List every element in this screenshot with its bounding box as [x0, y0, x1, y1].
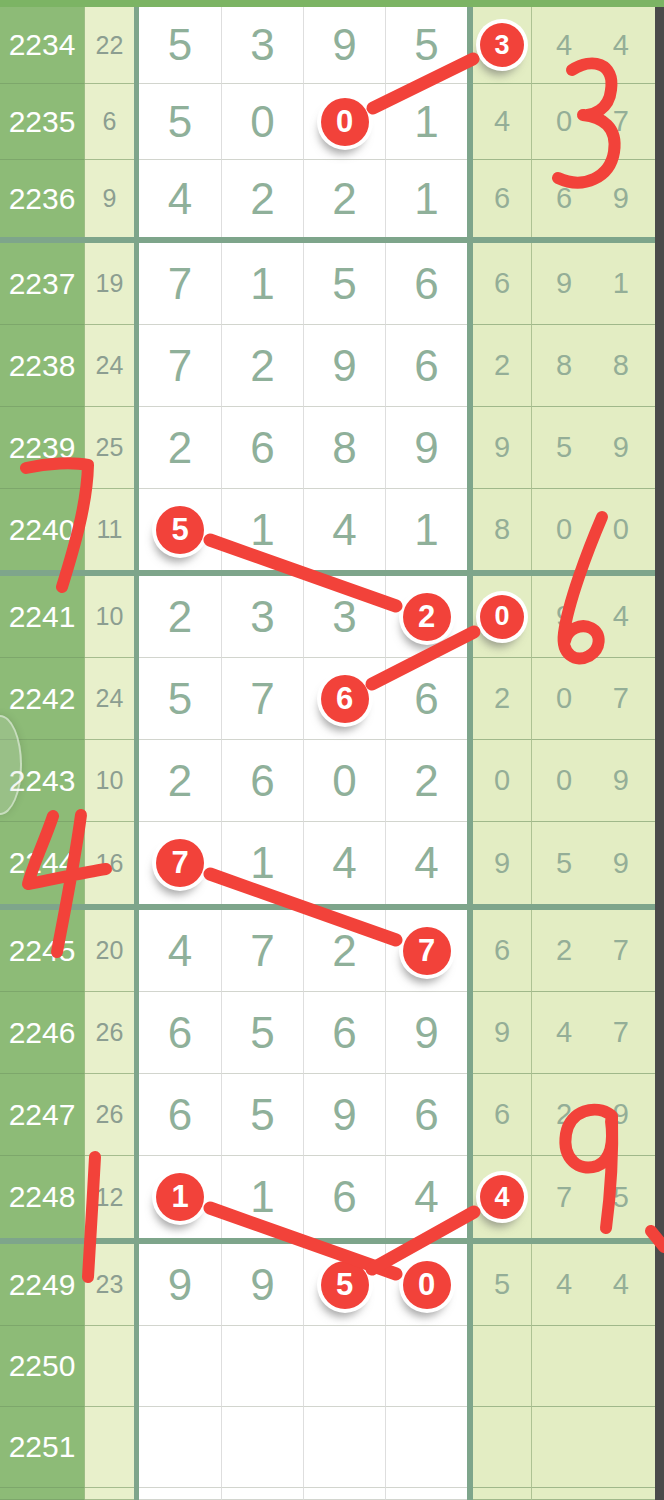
draw-digit-cell — [221, 1488, 303, 1500]
draw-digit-cell: 2 — [221, 160, 303, 237]
sum-cell: 11 — [85, 489, 134, 570]
table-row: 2251 — [0, 1407, 655, 1488]
draw-digit-cell — [139, 1407, 221, 1488]
draw-digit-cell: 5 — [139, 658, 221, 740]
draw-digit-cell: 9 — [139, 1244, 221, 1326]
draw-digit-cell — [221, 1407, 303, 1488]
draw-digit-cell: 7 — [221, 910, 303, 992]
circled-digit: 5 — [321, 1261, 369, 1309]
draw-digit-cell: 4 — [139, 910, 221, 992]
sum-cell: 6 — [85, 84, 134, 160]
sum-cell: 22 — [85, 7, 134, 84]
extra-digit: 8 — [613, 349, 629, 382]
circled-digit: 4 — [480, 1175, 524, 1219]
extra-digit-cell: 6 — [473, 1074, 532, 1156]
table-row — [0, 1488, 655, 1500]
table-row: 2241102332094 — [0, 576, 655, 658]
draw-digit-cell: 7 — [139, 243, 221, 325]
extra-digit: 5 — [556, 431, 572, 464]
sum-cell: 24 — [85, 658, 134, 740]
draw-digit-cell: 8 — [303, 407, 385, 489]
draw-digit-cell: 0 — [221, 84, 303, 160]
draw-digit-cell: 9 — [385, 407, 467, 489]
table-row: 2234225395344 — [0, 7, 655, 84]
draw-digit-cell: 6 — [139, 1074, 221, 1156]
extra-digits-cell: 00 — [532, 489, 655, 570]
table-row: 2246266569947 — [0, 992, 655, 1074]
circled-digit: 7 — [156, 839, 204, 887]
extra-digit-cell — [473, 1488, 532, 1500]
draw-digit-cell: 6 — [221, 407, 303, 489]
extra-digits-cell: 44 — [532, 7, 655, 84]
extra-digit: 4 — [556, 1016, 572, 1049]
table-row: 2240115141800 — [0, 489, 655, 570]
extra-digit-cell: 6 — [473, 160, 532, 237]
table-row: 2249239950544 — [0, 1244, 655, 1326]
draw-digit-cell: 7 — [221, 658, 303, 740]
trend-chart-board: 2234225395344223565001407223694221669223… — [0, 0, 664, 1500]
extra-digit: 0 — [613, 513, 629, 546]
circled-digit: 5 — [156, 506, 204, 554]
draw-digit-cell: 6 — [385, 325, 467, 407]
draw-digit-cell: 5 — [139, 7, 221, 84]
draw-digit-cell — [303, 1326, 385, 1407]
sum-cell: 25 — [85, 407, 134, 489]
circled-digit: 0 — [321, 98, 369, 146]
draw-digit-cell: 5 — [221, 992, 303, 1074]
period-cell: 2239 — [0, 407, 85, 489]
extra-digit-cell: 0 — [473, 576, 532, 658]
sum-cell: 20 — [85, 910, 134, 992]
draw-digit-cell: 6 — [303, 992, 385, 1074]
sum-cell: 10 — [85, 576, 134, 658]
extra-digit: 1 — [613, 267, 629, 300]
circled-digit: 2 — [403, 593, 451, 641]
extra-digit: 4 — [556, 29, 572, 62]
screen-edge-strip — [655, 7, 664, 1500]
table-row: 2238247296288 — [0, 325, 655, 407]
circled-digit: 1 — [156, 1173, 204, 1221]
extra-digits-cell: 75 — [532, 1156, 655, 1238]
draw-digit-cell: 5 — [139, 84, 221, 160]
extra-digit-cell: 9 — [473, 992, 532, 1074]
draw-digit-cell: 7 — [385, 910, 467, 992]
period-cell: 2247 — [0, 1074, 85, 1156]
period-cell: 2234 — [0, 7, 85, 84]
sum-cell: 26 — [85, 1074, 134, 1156]
table-row: 2245204727627 — [0, 910, 655, 992]
draw-digit-cell: 2 — [221, 325, 303, 407]
extra-digit-cell: 3 — [473, 7, 532, 84]
extra-digits-cell: 59 — [532, 822, 655, 904]
table-row: 2250 — [0, 1326, 655, 1407]
extra-digits-cell — [532, 1407, 655, 1488]
draw-digit-cell: 4 — [385, 1156, 467, 1238]
circled-digit: 3 — [480, 23, 524, 67]
draw-digit-cell — [221, 1326, 303, 1407]
extra-digit: 4 — [613, 600, 629, 633]
extra-digit-cell: 9 — [473, 822, 532, 904]
sum-cell: 19 — [85, 243, 134, 325]
draw-digit-cell — [303, 1488, 385, 1500]
draw-digit-cell: 1 — [221, 822, 303, 904]
table-row: 2247266596629 — [0, 1074, 655, 1156]
extra-digits-cell — [532, 1326, 655, 1407]
draw-digit-cell: 9 — [303, 325, 385, 407]
draw-digit-cell: 2 — [139, 740, 221, 822]
draw-digit-cell: 9 — [303, 1074, 385, 1156]
extra-digit: 5 — [613, 1181, 629, 1214]
draw-digit-cell: 6 — [385, 1074, 467, 1156]
sum-cell: 16 — [85, 822, 134, 904]
extra-digits-cell: 91 — [532, 243, 655, 325]
draw-digit-cell: 5 — [139, 489, 221, 570]
draw-digit-cell: 5 — [221, 1074, 303, 1156]
draw-digit-cell: 9 — [303, 7, 385, 84]
extra-digit-cell: 4 — [473, 1156, 532, 1238]
period-cell: 2236 — [0, 160, 85, 237]
extra-digit: 5 — [556, 847, 572, 880]
extra-digit: 8 — [556, 349, 572, 382]
draw-digit-cell: 2 — [385, 576, 467, 658]
draw-digit-cell: 1 — [221, 489, 303, 570]
table-row: 223565001407 — [0, 84, 655, 160]
sum-cell: 23 — [85, 1244, 134, 1326]
period-cell: 2250 — [0, 1326, 85, 1407]
draw-digit-cell: 1 — [221, 1156, 303, 1238]
draw-digit-cell — [139, 1488, 221, 1500]
draw-digit-cell — [385, 1488, 467, 1500]
circled-digit: 6 — [321, 675, 369, 723]
extra-digits-cell: 07 — [532, 658, 655, 740]
table-row: 2239252689959 — [0, 407, 655, 489]
sum-cell: 9 — [85, 160, 134, 237]
extra-digit: 4 — [613, 29, 629, 62]
draw-digit-cell: 3 — [221, 576, 303, 658]
draw-digit-cell: 4 — [303, 489, 385, 570]
extra-digit: 7 — [613, 682, 629, 715]
sum-cell: 10 — [85, 740, 134, 822]
period-cell: 2245 — [0, 910, 85, 992]
period-cell: 2246 — [0, 992, 85, 1074]
draw-digit-cell: 1 — [385, 84, 467, 160]
draw-digit-cell — [303, 1407, 385, 1488]
period-cell: 2238 — [0, 325, 85, 407]
draw-digit-cell: 6 — [303, 1156, 385, 1238]
draw-digit-cell: 6 — [385, 658, 467, 740]
draw-digit-cell: 1 — [139, 1156, 221, 1238]
period-cell: 2235 — [0, 84, 85, 160]
extra-digit-cell: 2 — [473, 325, 532, 407]
draw-digit-cell: 9 — [385, 992, 467, 1074]
sum-cell: 24 — [85, 325, 134, 407]
extra-digit-cell: 0 — [473, 740, 532, 822]
extra-digit-cell: 8 — [473, 489, 532, 570]
draw-digit-cell: 0 — [385, 1244, 467, 1326]
draw-digit-cell — [385, 1326, 467, 1407]
sum-cell: 26 — [85, 992, 134, 1074]
draw-digit-cell: 5 — [385, 7, 467, 84]
extra-digit: 7 — [556, 1181, 572, 1214]
extra-digit: 9 — [556, 267, 572, 300]
period-cell: 2248 — [0, 1156, 85, 1238]
extra-digits-cell: 29 — [532, 1074, 655, 1156]
circled-digit: 0 — [403, 1261, 451, 1309]
extra-digits-cell: 88 — [532, 325, 655, 407]
period-cell: 2249 — [0, 1244, 85, 1326]
table-row: 2244167144959 — [0, 822, 655, 904]
draw-digit-cell: 2 — [385, 740, 467, 822]
extra-digit-cell — [473, 1326, 532, 1407]
rows-container: 2234225395344223565001407223694221669223… — [0, 7, 655, 1500]
draw-digit-cell: 3 — [221, 7, 303, 84]
extra-digit: 6 — [556, 182, 572, 215]
extra-digit-cell — [473, 1407, 532, 1488]
extra-digit: 0 — [556, 682, 572, 715]
extra-digit: 9 — [613, 764, 629, 797]
period-cell: 2237 — [0, 243, 85, 325]
draw-digit-cell: 4 — [139, 160, 221, 237]
extra-digit: 0 — [556, 513, 572, 546]
table-row: 2243102602009 — [0, 740, 655, 822]
extra-digit-cell: 2 — [473, 658, 532, 740]
draw-digit-cell — [139, 1326, 221, 1407]
extra-digits-cell: 69 — [532, 160, 655, 237]
extra-digit: 9 — [556, 600, 572, 633]
draw-digit-cell: 2 — [303, 160, 385, 237]
draw-digit-cell: 9 — [221, 1244, 303, 1326]
period-cell: 2244 — [0, 822, 85, 904]
period-cell: 2251 — [0, 1407, 85, 1488]
sum-cell — [85, 1488, 134, 1500]
table-row: 223694221669 — [0, 160, 655, 237]
draw-digit-cell: 4 — [303, 822, 385, 904]
extra-digit: 7 — [613, 105, 629, 138]
draw-digit-cell: 6 — [139, 992, 221, 1074]
extra-digits-cell: 59 — [532, 407, 655, 489]
extra-digits-cell — [532, 1488, 655, 1500]
extra-digit: 0 — [556, 764, 572, 797]
extra-digit: 9 — [613, 431, 629, 464]
extra-digit: 7 — [613, 1016, 629, 1049]
extra-digit: 7 — [613, 934, 629, 967]
sum-cell — [85, 1326, 134, 1407]
extra-digit: 9 — [613, 1098, 629, 1131]
draw-digit-cell: 6 — [303, 658, 385, 740]
extra-digits-cell: 09 — [532, 740, 655, 822]
top-green-border — [0, 0, 664, 7]
table-row: 2248121164475 — [0, 1156, 655, 1238]
circled-digit: 0 — [480, 595, 524, 639]
draw-digit-cell: 4 — [385, 822, 467, 904]
draw-digit-cell: 5 — [303, 243, 385, 325]
table-row: 2242245766207 — [0, 658, 655, 740]
period-cell: 2240 — [0, 489, 85, 570]
draw-digit-cell — [385, 1407, 467, 1488]
draw-digit-cell: 7 — [139, 325, 221, 407]
period-cell: 2241 — [0, 576, 85, 658]
extra-digit-cell: 9 — [473, 407, 532, 489]
extra-digit-cell: 4 — [473, 84, 532, 160]
draw-digit-cell: 5 — [303, 1244, 385, 1326]
draw-digit-cell: 2 — [139, 576, 221, 658]
draw-digit-cell: 6 — [385, 243, 467, 325]
period-cell — [0, 1488, 85, 1500]
extra-digit-cell: 6 — [473, 243, 532, 325]
draw-digit-cell: 0 — [303, 84, 385, 160]
extra-digit: 4 — [556, 1268, 572, 1301]
extra-digit: 2 — [556, 1098, 572, 1131]
draw-digit-cell: 1 — [221, 243, 303, 325]
extra-digit: 2 — [556, 934, 572, 967]
circled-digit: 7 — [403, 927, 451, 975]
extra-digits-cell: 07 — [532, 84, 655, 160]
extra-digit: 9 — [613, 847, 629, 880]
extra-digits-cell: 27 — [532, 910, 655, 992]
extra-digit: 0 — [556, 105, 572, 138]
draw-digit-cell: 1 — [385, 160, 467, 237]
draw-digit-cell: 7 — [139, 822, 221, 904]
extra-digit-cell: 5 — [473, 1244, 532, 1326]
extra-digit: 9 — [613, 182, 629, 215]
extra-digit-cell: 6 — [473, 910, 532, 992]
extra-digit: 4 — [613, 1268, 629, 1301]
draw-digit-cell: 1 — [385, 489, 467, 570]
draw-digit-cell: 0 — [303, 740, 385, 822]
extra-digits-cell: 44 — [532, 1244, 655, 1326]
table-row: 2237197156691 — [0, 243, 655, 325]
sum-cell — [85, 1407, 134, 1488]
draw-digit-cell: 2 — [139, 407, 221, 489]
draw-digit-cell: 6 — [221, 740, 303, 822]
extra-digits-cell: 47 — [532, 992, 655, 1074]
draw-digit-cell: 2 — [303, 910, 385, 992]
sum-cell: 12 — [85, 1156, 134, 1238]
draw-digit-cell: 3 — [303, 576, 385, 658]
extra-digits-cell: 94 — [532, 576, 655, 658]
